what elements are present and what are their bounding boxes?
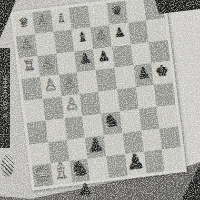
chess-photo: ♕♙♗♛♙♝♙♟♖♙♟♟♙♙♟♚♙♞♟♔♗♞♟ © CD CHESS ♟ (0, 0, 200, 200)
square-b5[interactable]: ♙ (40, 75, 61, 99)
piece-white-bishop-b1[interactable]: ♗ (50, 160, 71, 183)
piece-black-knight-e3[interactable]: ♞ (103, 112, 120, 131)
piece-black-bishop-d7[interactable]: ♝ (76, 30, 89, 44)
piece-white-pawn-c5[interactable]: ♙ (62, 74, 77, 91)
piece-black-pawn-d6[interactable]: ♟ (78, 51, 92, 66)
piece-white-pawn-c4[interactable]: ♙ (64, 95, 80, 113)
square-f5[interactable] (114, 66, 135, 90)
piece-white-pawn-b5[interactable]: ♙ (43, 76, 58, 93)
piece-white-pawn-a7[interactable]: ♙ (20, 37, 33, 51)
piece-black-king-h5[interactable]: ♚ (154, 63, 169, 80)
piece-black-pawn-f7[interactable]: ♟ (113, 25, 126, 39)
piece-white-rook-a6[interactable]: ♖ (22, 58, 36, 73)
square-h4[interactable] (154, 83, 175, 107)
captured-piece-blob (1, 155, 14, 177)
piece-black-pawn-d2[interactable]: ♟ (86, 134, 105, 155)
square-d2[interactable]: ♟ (85, 135, 106, 159)
piece-white-bishop-c8[interactable]: ♗ (55, 11, 67, 24)
piece-white-queen-a8[interactable]: ♕ (18, 16, 30, 29)
piece-black-pawn-g5[interactable]: ♟ (136, 65, 151, 82)
photo-edge-label: © CD CHESS (2, 76, 8, 119)
piece-white-pawn-b6[interactable]: ♙ (41, 55, 55, 70)
piece-black-pawn-f1[interactable]: ♟ (125, 150, 146, 173)
square-h1[interactable] (162, 147, 183, 171)
piece-black-queen-f8[interactable]: ♛ (111, 4, 123, 17)
square-c8[interactable]: ♗ (51, 8, 72, 32)
square-a3[interactable] (27, 120, 48, 144)
square-h3[interactable] (157, 104, 178, 128)
square-f1[interactable]: ♟ (125, 152, 146, 176)
square-a5[interactable] (21, 77, 42, 101)
piece-white-pawn-e7[interactable]: ♙ (94, 28, 107, 42)
piece-black-pawn-e6[interactable]: ♟ (96, 49, 110, 64)
piece-black-knight-c1[interactable]: ♞ (69, 157, 90, 180)
piece-white-king-a1[interactable]: ♔ (32, 162, 53, 185)
chess-board: ♕♙♗♛♙♝♙♟♖♙♟♟♙♙♟♚♙♞♟♔♗♞♟ (10, 0, 187, 191)
square-b8[interactable]: ♙ (32, 10, 53, 34)
square-h5[interactable]: ♚ (152, 61, 173, 85)
photo-edge-label-band: © CD CHESS (0, 48, 10, 148)
edge-black-pawn: ♟ (78, 182, 92, 198)
square-h7[interactable] (146, 18, 167, 42)
piece-white-pawn-b8[interactable]: ♙ (36, 13, 48, 26)
square-g8[interactable] (125, 0, 146, 22)
square-h2[interactable] (160, 126, 181, 150)
square-a8[interactable]: ♕ (13, 12, 34, 36)
